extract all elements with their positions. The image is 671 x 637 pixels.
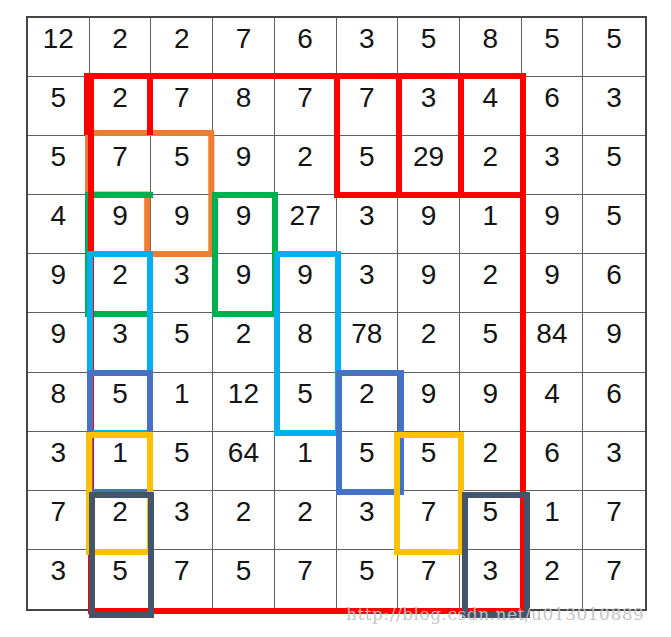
grid-cell-r3c7: 29 [398,136,460,195]
grid-cell-r8c4: 64 [213,432,275,491]
screenshot-root: 1222763585552787734635759252923549992739… [0,0,671,637]
grid-cell-r8c7: 5 [398,432,460,491]
grid-cell-r1c4: 7 [213,18,275,77]
grid-cell-r2c9: 6 [522,77,584,136]
grid-cell-r6c2: 3 [90,313,152,372]
grid-cell-r1c8: 8 [460,18,522,77]
grid-cell-r3c9: 3 [522,136,584,195]
grid-cell-r1c6: 3 [337,18,399,77]
grid-cell-r5c5: 9 [275,254,337,313]
grid-cell-r2c7: 3 [398,77,460,136]
grid-cell-r9c10: 7 [583,491,645,550]
grid-cell-r2c3: 7 [151,77,213,136]
grid-cell-r7c3: 1 [151,373,213,432]
grid-cell-r5c8: 2 [460,254,522,313]
grid-cell-r4c2: 9 [90,195,152,254]
grid-cell-r4c4: 9 [213,195,275,254]
grid-cell-r7c6: 2 [337,373,399,432]
grid-cell-r9c7: 7 [398,491,460,550]
grid-cell-r5c9: 9 [522,254,584,313]
grid-cell-r4c6: 3 [337,195,399,254]
grid-cell-r3c4: 9 [213,136,275,195]
grid-cell-r6c8: 5 [460,313,522,372]
grid-cell-r10c4: 5 [213,550,275,609]
grid-cell-r3c3: 5 [151,136,213,195]
grid-cell-r3c10: 5 [583,136,645,195]
watermark: http://blog.csdn.net/u013010889 [346,604,644,624]
grid-cell-r1c9: 5 [522,18,584,77]
grid-cell-r10c3: 7 [151,550,213,609]
grid-cell-r4c9: 9 [522,195,584,254]
grid-cell-r5c10: 6 [583,254,645,313]
grid-cell-r6c5: 8 [275,313,337,372]
grid-cell-r4c1: 4 [28,195,90,254]
grid-cell-r2c1: 5 [28,77,90,136]
grid-cell-r7c7: 9 [398,373,460,432]
grid-cell-r8c3: 5 [151,432,213,491]
grid-cell-r4c8: 1 [460,195,522,254]
puzzle-board: 1222763585552787734635759252923549992739… [26,16,647,611]
grid-cell-r6c4: 2 [213,313,275,372]
grid-cell-r3c2: 7 [90,136,152,195]
grid-cell-r2c2: 2 [90,77,152,136]
grid-cell-r9c6: 3 [337,491,399,550]
grid-cell-r9c3: 3 [151,491,213,550]
grid-cell-r1c7: 5 [398,18,460,77]
grid-cell-r8c2: 1 [90,432,152,491]
grid-cell-r4c3: 9 [151,195,213,254]
grid-cell-r9c9: 1 [522,491,584,550]
grid-cell-r8c10: 3 [583,432,645,491]
grid-cell-r6c7: 2 [398,313,460,372]
grid-cell-r8c9: 6 [522,432,584,491]
grid-cell-r1c1: 12 [28,18,90,77]
grid-cell-r2c10: 3 [583,77,645,136]
grid-cell-r3c8: 2 [460,136,522,195]
grid-cell-r10c6: 5 [337,550,399,609]
grid-cell-r5c4: 9 [213,254,275,313]
grid-cell-r4c7: 9 [398,195,460,254]
grid-cell-r7c9: 4 [522,373,584,432]
grid-cell-r2c4: 8 [213,77,275,136]
grid-cell-r8c1: 3 [28,432,90,491]
grid-cell-r1c2: 2 [90,18,152,77]
grid-cell-r3c1: 5 [28,136,90,195]
grid-cell-r2c5: 7 [275,77,337,136]
grid-cell-r7c4: 12 [213,373,275,432]
grid-cell-r5c7: 9 [398,254,460,313]
grid-cell-r4c10: 5 [583,195,645,254]
grid-cell-r8c6: 5 [337,432,399,491]
grid-cell-r9c4: 2 [213,491,275,550]
grid-cell-r9c2: 2 [90,491,152,550]
grid-cell-r8c5: 1 [275,432,337,491]
grid-cell-r10c9: 2 [522,550,584,609]
grid-cell-r9c1: 7 [28,491,90,550]
grid-cell-r3c6: 5 [337,136,399,195]
grid-cell-r7c2: 5 [90,373,152,432]
grid-cell-r9c5: 2 [275,491,337,550]
grid-cell-r10c5: 7 [275,550,337,609]
grid-cell-r5c1: 9 [28,254,90,313]
grid-cell-r7c5: 5 [275,373,337,432]
grid-cell-r7c8: 9 [460,373,522,432]
grid-cell-r4c5: 27 [275,195,337,254]
grid-cell-r8c8: 2 [460,432,522,491]
grid-cell-r6c3: 5 [151,313,213,372]
grid-cell-r6c10: 9 [583,313,645,372]
grid-cell-r10c10: 7 [583,550,645,609]
grid-cell-r10c7: 7 [398,550,460,609]
grid-cell-r5c3: 3 [151,254,213,313]
grid-cell-r6c1: 9 [28,313,90,372]
grid-cell-r2c6: 7 [337,77,399,136]
grid-cell-r5c6: 3 [337,254,399,313]
grid-cell-r7c1: 8 [28,373,90,432]
grid-cell-r5c2: 2 [90,254,152,313]
grid-cell-r7c10: 6 [583,373,645,432]
grid-cell-r2c8: 4 [460,77,522,136]
grid-cell-r10c8: 3 [460,550,522,609]
grid-cell-r10c1: 3 [28,550,90,609]
grid-cell-r1c10: 5 [583,18,645,77]
grid-cell-r10c2: 5 [90,550,152,609]
grid-cell-r6c9: 84 [522,313,584,372]
grid-cell-r6c6: 78 [337,313,399,372]
grid-cell-r3c5: 2 [275,136,337,195]
grid-cell-r1c5: 6 [275,18,337,77]
grid-cell-r9c8: 5 [460,491,522,550]
grid-cell-r1c3: 2 [151,18,213,77]
